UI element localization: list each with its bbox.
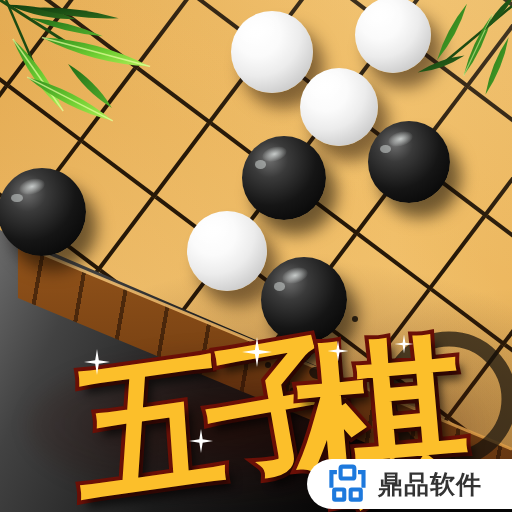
black-stone[interactable]: [242, 136, 326, 220]
black-stone[interactable]: [0, 168, 86, 256]
dingpin-logo-icon: [325, 462, 369, 506]
white-stone[interactable]: [355, 0, 431, 73]
gomoku-splash: 五 子 棋 鼎品软件: [0, 0, 512, 512]
black-stone[interactable]: [368, 121, 450, 203]
white-stone[interactable]: [231, 11, 313, 93]
watermark-label: 鼎品软件: [378, 468, 482, 501]
white-stone[interactable]: [300, 68, 378, 146]
white-stone[interactable]: [187, 211, 267, 291]
watermark-banner: 鼎品软件: [307, 459, 512, 509]
